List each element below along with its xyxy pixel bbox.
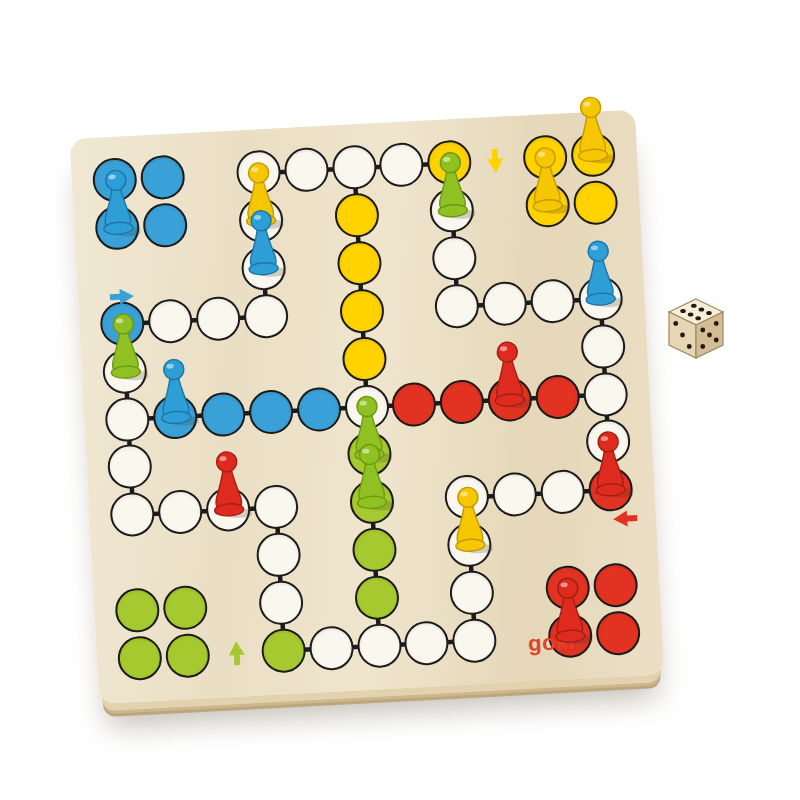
blue-start-arrow-icon bbox=[108, 286, 135, 307]
yellow-start-arrow-icon bbox=[485, 147, 506, 174]
green-pawn[interactable] bbox=[101, 311, 149, 385]
red-start-arrow-icon bbox=[612, 508, 639, 529]
die-faces bbox=[664, 296, 728, 362]
red-pawn[interactable] bbox=[545, 575, 593, 649]
yellow-pawn[interactable] bbox=[568, 95, 616, 169]
blue-pawn[interactable] bbox=[151, 356, 199, 430]
green-pawn[interactable] bbox=[347, 442, 395, 516]
green-pawn[interactable] bbox=[427, 150, 475, 224]
blue-pawn[interactable] bbox=[576, 238, 624, 312]
green-start-arrow-icon bbox=[226, 640, 247, 667]
yellow-pawn[interactable] bbox=[523, 145, 571, 219]
red-pawn[interactable] bbox=[204, 449, 252, 523]
page-background: goki bbox=[0, 0, 800, 800]
die[interactable] bbox=[664, 296, 728, 366]
blue-pawn[interactable] bbox=[239, 208, 287, 282]
red-pawn[interactable] bbox=[485, 339, 533, 413]
yellow-pawn[interactable] bbox=[445, 485, 493, 559]
ludo-board: goki bbox=[70, 110, 665, 705]
blue-pawn[interactable] bbox=[93, 168, 141, 242]
red-pawn[interactable] bbox=[586, 429, 634, 503]
